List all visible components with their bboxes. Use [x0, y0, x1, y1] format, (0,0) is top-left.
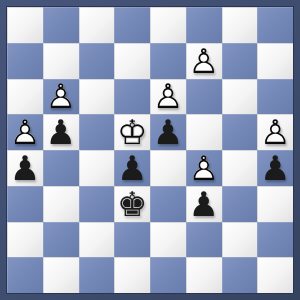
- square-f6[interactable]: [186, 79, 222, 115]
- square-b1[interactable]: [43, 257, 79, 293]
- square-d4[interactable]: ♟: [114, 150, 150, 186]
- square-h3[interactable]: [257, 186, 293, 222]
- square-f7[interactable]: ♟♙: [186, 43, 222, 79]
- white-pawn-outline-glyph: ♙: [186, 150, 222, 186]
- square-g4[interactable]: [222, 150, 258, 186]
- white-pawn-outline-glyph: ♙: [186, 43, 222, 79]
- square-b5[interactable]: ♟: [43, 114, 79, 150]
- black-pawn-glyph: ♟: [7, 150, 43, 186]
- square-h7[interactable]: [257, 43, 293, 79]
- chess-board-frame: ♟♙♟♙♟♙♟♙♟♚♔♟♟♙♟♟♟♙♟♚♟: [0, 0, 300, 300]
- square-b6[interactable]: ♟♙: [43, 79, 79, 115]
- white-pawn-outline-glyph: ♙: [43, 79, 79, 115]
- square-f5[interactable]: [186, 114, 222, 150]
- square-d2[interactable]: [114, 222, 150, 258]
- white-pawn[interactable]: ♟♙: [7, 114, 43, 150]
- white-pawn[interactable]: ♟♙: [150, 79, 186, 115]
- white-king[interactable]: ♚♔: [114, 114, 150, 150]
- black-pawn[interactable]: ♟: [186, 186, 222, 222]
- square-b3[interactable]: [43, 186, 79, 222]
- square-c4[interactable]: [79, 150, 115, 186]
- black-pawn-glyph: ♟: [43, 114, 79, 150]
- square-e2[interactable]: [150, 222, 186, 258]
- white-pawn[interactable]: ♟♙: [257, 114, 293, 150]
- square-c5[interactable]: [79, 114, 115, 150]
- square-b2[interactable]: [43, 222, 79, 258]
- square-h1[interactable]: [257, 257, 293, 293]
- square-e7[interactable]: [150, 43, 186, 79]
- square-a7[interactable]: [7, 43, 43, 79]
- square-a1[interactable]: [7, 257, 43, 293]
- square-c7[interactable]: [79, 43, 115, 79]
- square-d8[interactable]: [114, 7, 150, 43]
- black-pawn-glyph: ♟: [150, 114, 186, 150]
- square-e3[interactable]: [150, 186, 186, 222]
- black-pawn[interactable]: ♟: [150, 114, 186, 150]
- square-a6[interactable]: [7, 79, 43, 115]
- square-g5[interactable]: [222, 114, 258, 150]
- black-pawn[interactable]: ♟: [7, 150, 43, 186]
- square-a8[interactable]: [7, 7, 43, 43]
- square-h8[interactable]: [257, 7, 293, 43]
- black-pawn-glyph: ♟: [186, 186, 222, 222]
- square-h2[interactable]: [257, 222, 293, 258]
- square-b8[interactable]: [43, 7, 79, 43]
- square-f4[interactable]: ♟♙: [186, 150, 222, 186]
- square-c6[interactable]: [79, 79, 115, 115]
- black-pawn-glyph: ♟: [257, 150, 293, 186]
- square-g2[interactable]: [222, 222, 258, 258]
- white-pawn[interactable]: ♟♙: [43, 79, 79, 115]
- chess-board: ♟♙♟♙♟♙♟♙♟♚♔♟♟♙♟♟♟♙♟♚♟: [7, 7, 293, 293]
- square-g6[interactable]: [222, 79, 258, 115]
- square-d1[interactable]: [114, 257, 150, 293]
- square-a4[interactable]: ♟: [7, 150, 43, 186]
- black-king-glyph: ♚: [114, 186, 150, 222]
- square-g3[interactable]: [222, 186, 258, 222]
- square-e1[interactable]: [150, 257, 186, 293]
- square-a5[interactable]: ♟♙: [7, 114, 43, 150]
- black-pawn[interactable]: ♟: [257, 150, 293, 186]
- square-c2[interactable]: [79, 222, 115, 258]
- white-king-outline-glyph: ♔: [114, 114, 150, 150]
- square-e6[interactable]: ♟♙: [150, 79, 186, 115]
- square-e5[interactable]: ♟: [150, 114, 186, 150]
- black-pawn[interactable]: ♟: [43, 114, 79, 150]
- black-pawn-glyph: ♟: [114, 150, 150, 186]
- white-pawn[interactable]: ♟♙: [186, 150, 222, 186]
- square-f3[interactable]: ♟: [186, 186, 222, 222]
- square-g8[interactable]: [222, 7, 258, 43]
- square-e8[interactable]: [150, 7, 186, 43]
- square-d3[interactable]: ♚: [114, 186, 150, 222]
- black-king[interactable]: ♚: [114, 186, 150, 222]
- square-c8[interactable]: [79, 7, 115, 43]
- square-e4[interactable]: [150, 150, 186, 186]
- square-b7[interactable]: [43, 43, 79, 79]
- square-c3[interactable]: [79, 186, 115, 222]
- square-h6[interactable]: [257, 79, 293, 115]
- square-a3[interactable]: [7, 186, 43, 222]
- white-pawn-outline-glyph: ♙: [257, 114, 293, 150]
- square-d5[interactable]: ♚♔: [114, 114, 150, 150]
- square-b4[interactable]: [43, 150, 79, 186]
- square-f1[interactable]: [186, 257, 222, 293]
- square-d6[interactable]: [114, 79, 150, 115]
- black-pawn[interactable]: ♟: [114, 150, 150, 186]
- square-g7[interactable]: [222, 43, 258, 79]
- white-pawn[interactable]: ♟♙: [186, 43, 222, 79]
- square-d7[interactable]: [114, 43, 150, 79]
- square-g1[interactable]: [222, 257, 258, 293]
- square-f8[interactable]: [186, 7, 222, 43]
- square-h4[interactable]: ♟: [257, 150, 293, 186]
- square-a2[interactable]: [7, 222, 43, 258]
- square-f2[interactable]: [186, 222, 222, 258]
- white-pawn-outline-glyph: ♙: [150, 79, 186, 115]
- white-pawn-outline-glyph: ♙: [7, 114, 43, 150]
- square-h5[interactable]: ♟♙: [257, 114, 293, 150]
- square-c1[interactable]: [79, 257, 115, 293]
